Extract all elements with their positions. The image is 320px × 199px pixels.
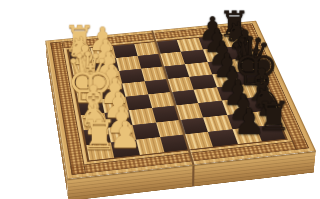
square-h2 bbox=[111, 140, 139, 158]
square-b1 bbox=[71, 60, 96, 75]
square-d2 bbox=[99, 83, 125, 99]
square-h8 bbox=[256, 124, 286, 141]
chess-set-photo: ♜♞♝♛♚♝♞♜♟♟♟♟♟♟♟♟♟♟♟♟♟♟♟♟♜♞♝♛♚♝♞♜ bbox=[0, 0, 320, 199]
square-h1 bbox=[86, 142, 114, 160]
chess-board-box: ♜♞♝♛♚♝♞♜♟♟♟♟♟♟♟♟♟♟♟♟♟♟♟♟♜♞♝♛♚♝♞♜ bbox=[45, 21, 316, 179]
fold-seam-front bbox=[192, 166, 195, 187]
